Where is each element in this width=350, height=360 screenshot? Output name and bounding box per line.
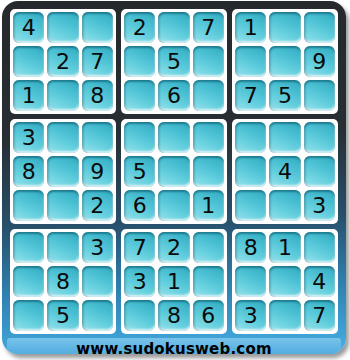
- cell-r1c4[interactable]: 2: [124, 12, 155, 43]
- cell-r3c2[interactable]: [47, 80, 78, 111]
- cell-r2c3[interactable]: 7: [82, 46, 113, 77]
- cell-r6c3[interactable]: 2: [82, 190, 113, 221]
- cell-r8c9[interactable]: 4: [304, 266, 335, 297]
- box-r1c0: 3892: [10, 119, 116, 224]
- cell-r5c1[interactable]: 8: [13, 156, 44, 187]
- cell-r2c9[interactable]: 9: [304, 46, 335, 77]
- cell-r2c5[interactable]: 5: [158, 46, 189, 77]
- cell-r8c1[interactable]: [13, 266, 44, 297]
- cell-r8c2[interactable]: 8: [47, 266, 78, 297]
- cell-r4c1[interactable]: 3: [13, 122, 44, 153]
- cell-r7c6[interactable]: [193, 232, 224, 263]
- box-r0c0: 42718: [10, 9, 116, 114]
- cell-r3c8[interactable]: 5: [269, 80, 300, 111]
- box-r1c1: 561: [121, 119, 227, 224]
- cell-r7c2[interactable]: [47, 232, 78, 263]
- cell-r4c8[interactable]: [269, 122, 300, 153]
- cell-r6c9[interactable]: 3: [304, 190, 335, 221]
- cell-r9c6[interactable]: 6: [193, 300, 224, 331]
- cell-r1c8[interactable]: [269, 12, 300, 43]
- cell-r5c6[interactable]: [193, 156, 224, 187]
- cell-r5c7[interactable]: [235, 156, 266, 187]
- cell-r1c6[interactable]: 7: [193, 12, 224, 43]
- box-r2c2: 81437: [232, 229, 338, 334]
- box-r2c0: 385: [10, 229, 116, 334]
- cell-r7c5[interactable]: 2: [158, 232, 189, 263]
- cell-r6c4[interactable]: 6: [124, 190, 155, 221]
- cell-r9c2[interactable]: 5: [47, 300, 78, 331]
- footer-bar: www.sudokusweb.com: [7, 338, 341, 354]
- cell-r2c2[interactable]: 2: [47, 46, 78, 77]
- cell-r1c7[interactable]: 1: [235, 12, 266, 43]
- cell-r3c4[interactable]: [124, 80, 155, 111]
- cell-r7c8[interactable]: 1: [269, 232, 300, 263]
- cell-r5c9[interactable]: [304, 156, 335, 187]
- cell-r3c1[interactable]: 1: [13, 80, 44, 111]
- cell-r6c5[interactable]: [158, 190, 189, 221]
- cell-r9c4[interactable]: [124, 300, 155, 331]
- cell-r6c8[interactable]: [269, 190, 300, 221]
- cell-r3c9[interactable]: [304, 80, 335, 111]
- cell-r8c3[interactable]: [82, 266, 113, 297]
- cell-r5c2[interactable]: [47, 156, 78, 187]
- cell-r4c7[interactable]: [235, 122, 266, 153]
- cell-r5c8[interactable]: 4: [269, 156, 300, 187]
- box-r2c1: 723186: [121, 229, 227, 334]
- cell-r7c9[interactable]: [304, 232, 335, 263]
- cell-r8c4[interactable]: 3: [124, 266, 155, 297]
- cell-r8c6[interactable]: [193, 266, 224, 297]
- site-url-label: www.sudokusweb.com: [76, 340, 271, 355]
- cell-r4c4[interactable]: [124, 122, 155, 153]
- cell-r1c2[interactable]: [47, 12, 78, 43]
- cell-r3c3[interactable]: 8: [82, 80, 113, 111]
- cell-r3c5[interactable]: 6: [158, 80, 189, 111]
- cell-r2c4[interactable]: [124, 46, 155, 77]
- cell-r5c5[interactable]: [158, 156, 189, 187]
- cell-r6c6[interactable]: 1: [193, 190, 224, 221]
- cell-r8c5[interactable]: 1: [158, 266, 189, 297]
- cell-r1c3[interactable]: [82, 12, 113, 43]
- box-r0c2: 1975: [232, 9, 338, 114]
- cell-r9c7[interactable]: 3: [235, 300, 266, 331]
- cell-r7c4[interactable]: 7: [124, 232, 155, 263]
- cell-r4c2[interactable]: [47, 122, 78, 153]
- cell-r4c5[interactable]: [158, 122, 189, 153]
- cell-r2c6[interactable]: [193, 46, 224, 77]
- cell-r4c6[interactable]: [193, 122, 224, 153]
- cell-r9c5[interactable]: 8: [158, 300, 189, 331]
- box-r0c1: 2756: [121, 9, 227, 114]
- sudoku-board: 427182756197538925614338572318681437: [2, 1, 346, 334]
- cell-r6c1[interactable]: [13, 190, 44, 221]
- cell-r8c7[interactable]: [235, 266, 266, 297]
- cell-r2c1[interactable]: [13, 46, 44, 77]
- cell-r9c3[interactable]: [82, 300, 113, 331]
- cell-r5c4[interactable]: 5: [124, 156, 155, 187]
- cell-r4c3[interactable]: [82, 122, 113, 153]
- cell-r6c7[interactable]: [235, 190, 266, 221]
- sudoku-frame: 427182756197538925614338572318681437 www…: [2, 1, 346, 354]
- cell-r8c8[interactable]: [269, 266, 300, 297]
- cell-r5c3[interactable]: 9: [82, 156, 113, 187]
- cell-r9c1[interactable]: [13, 300, 44, 331]
- cell-r4c9[interactable]: [304, 122, 335, 153]
- cell-r1c1[interactable]: 4: [13, 12, 44, 43]
- cell-r6c2[interactable]: [47, 190, 78, 221]
- box-r1c2: 43: [232, 119, 338, 224]
- cell-r1c5[interactable]: [158, 12, 189, 43]
- cell-r2c8[interactable]: [269, 46, 300, 77]
- cell-r7c1[interactable]: [13, 232, 44, 263]
- cell-r7c7[interactable]: 8: [235, 232, 266, 263]
- cell-r9c9[interactable]: 7: [304, 300, 335, 331]
- cell-r3c6[interactable]: [193, 80, 224, 111]
- cell-r3c7[interactable]: 7: [235, 80, 266, 111]
- cell-r7c3[interactable]: 3: [82, 232, 113, 263]
- cell-r2c7[interactable]: [235, 46, 266, 77]
- cell-r9c8[interactable]: [269, 300, 300, 331]
- cell-r1c9[interactable]: [304, 12, 335, 43]
